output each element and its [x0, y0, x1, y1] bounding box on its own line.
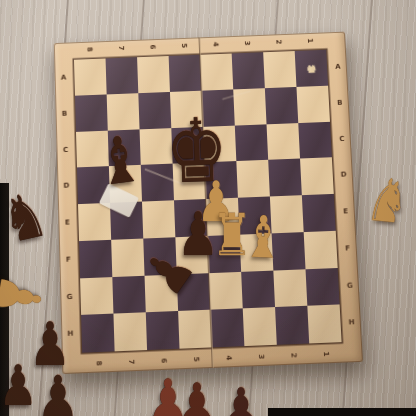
rank-label-bottom-4: 4	[222, 352, 235, 365]
square-h7	[113, 313, 147, 352]
square-a5	[169, 55, 202, 92]
file-label-left-C: C	[59, 143, 71, 155]
square-d3	[236, 160, 270, 198]
square-g1	[305, 267, 339, 306]
double-knight-logo-icon: ♞♞	[295, 52, 328, 86]
rank-label-top-5: 5	[178, 40, 190, 52]
square-a3	[232, 52, 265, 89]
file-label-right-C: C	[336, 132, 349, 144]
square-g7	[112, 275, 145, 314]
black-pawn-offboard-bottom-left-2: ♟	[36, 368, 79, 416]
rank-label-top-1: 1	[304, 35, 316, 47]
file-label-right-B: B	[334, 96, 347, 108]
square-h4	[210, 309, 244, 348]
square-h6	[146, 311, 180, 350]
white-knight-offboard-right: ♞	[364, 169, 412, 233]
file-label-left-D: D	[60, 180, 72, 192]
file-label-left-G: G	[63, 290, 75, 303]
knight-logo-glyph: ♞	[311, 62, 317, 75]
square-h3	[243, 307, 277, 346]
square-a6	[137, 56, 170, 93]
black-pawn-offboard-bottom-center-2: ♟	[175, 375, 220, 416]
rank-label-bottom-1: 1	[320, 348, 333, 361]
square-a4	[200, 54, 233, 91]
file-label-right-H: H	[345, 316, 358, 329]
white-bishop-f3-on-f3: ♝	[242, 208, 285, 267]
square-h5	[178, 310, 212, 349]
square-f8	[79, 240, 112, 278]
square-g8	[80, 277, 113, 316]
square-h1	[307, 305, 341, 344]
file-label-left-A: A	[58, 72, 70, 84]
rank-label-top-8: 8	[83, 43, 95, 55]
square-a7	[106, 57, 139, 94]
floor: ♞♞ 88AA77BB66CC55DD44EE33FF22GG11HH ♝♚♟♟…	[0, 0, 416, 416]
rank-label-top-7: 7	[115, 42, 127, 54]
square-c3	[235, 124, 268, 161]
square-g4	[209, 271, 243, 310]
square-e8	[78, 203, 111, 241]
rank-label-top-3: 3	[241, 37, 253, 49]
rank-label-bottom-5: 5	[190, 353, 203, 366]
file-label-left-B: B	[58, 107, 70, 119]
rank-label-bottom-8: 8	[92, 357, 105, 370]
black-pawn-offboard-corner: ♟	[0, 358, 38, 414]
square-a2	[263, 51, 296, 88]
square-a8	[74, 58, 107, 95]
square-g3	[241, 270, 275, 309]
square-d1	[300, 157, 334, 195]
square-e1	[302, 194, 336, 232]
rank-label-top-6: 6	[146, 41, 158, 53]
rank-label-top-4: 4	[209, 38, 221, 50]
square-c1	[298, 121, 332, 158]
square-b2	[265, 87, 298, 124]
file-label-right-F: F	[341, 242, 354, 255]
square-c2	[267, 123, 301, 160]
rank-label-bottom-3: 3	[255, 350, 268, 363]
file-label-left-E: E	[61, 216, 73, 228]
square-d2	[268, 159, 302, 197]
square-e6	[142, 200, 175, 238]
dark-shadow-bottom-edge	[268, 408, 416, 416]
black-knight-offboard-left: ♞	[0, 183, 52, 253]
square-b1	[296, 85, 330, 122]
square-h2	[275, 306, 309, 345]
rank-label-bottom-7: 7	[125, 356, 138, 369]
black-bishop-d7-on-d7: ♝	[94, 126, 146, 195]
file-label-right-A: A	[332, 61, 344, 73]
file-label-right-G: G	[343, 279, 356, 292]
file-label-right-D: D	[337, 169, 350, 181]
square-f1	[304, 231, 338, 269]
file-label-left-F: F	[62, 253, 74, 266]
black-pawn-offboard-bottom-center-3: ♟	[220, 380, 262, 416]
rank-label-top-2: 2	[272, 36, 284, 48]
square-g2	[273, 269, 307, 308]
rank-label-bottom-2: 2	[287, 349, 300, 362]
file-label-right-E: E	[339, 205, 352, 217]
square-h8	[81, 314, 115, 353]
